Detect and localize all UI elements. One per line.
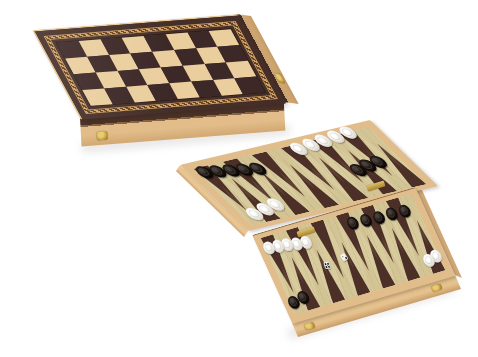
die-pip [345, 257, 347, 259]
die-pip [342, 256, 344, 258]
clasp-icon [304, 322, 316, 330]
clasp-icon [431, 284, 443, 292]
clasp-icon [274, 73, 285, 83]
chessboard-lid-pattern [57, 29, 265, 106]
clasp-icon [96, 131, 107, 140]
die-pip [328, 266, 330, 268]
die-pip [326, 266, 328, 268]
product-photo-scene [0, 0, 478, 357]
